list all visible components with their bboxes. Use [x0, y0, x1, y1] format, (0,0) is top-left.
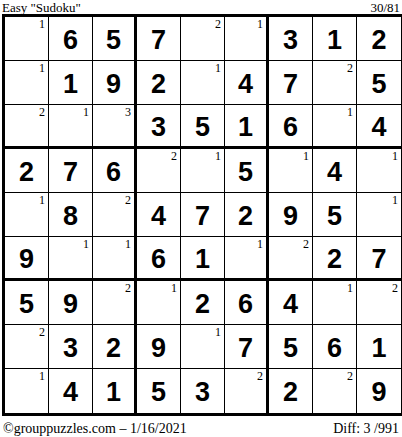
hint-number: 1 [392, 193, 398, 207]
cell-r7c7: 4 [269, 281, 313, 325]
cell-r7c5: 2 [181, 281, 225, 325]
given-digit: 1 [327, 24, 342, 54]
hint-number: 1 [257, 237, 263, 251]
cell-r4c5[interactable]: 1 [181, 149, 225, 193]
cell-r4c1: 2 [5, 149, 49, 193]
cell-r7c1: 5 [5, 281, 49, 325]
given-digit: 1 [106, 376, 121, 406]
cell-r6c2[interactable]: 1 [49, 237, 93, 281]
cell-r3c1[interactable]: 2 [5, 105, 49, 149]
hint-number: 2 [303, 237, 309, 251]
cell-r6c8: 2 [313, 237, 357, 281]
cell-r1c5[interactable]: 2 [181, 17, 225, 61]
cell-r7c3[interactable]: 2 [93, 281, 137, 325]
hint-number: 1 [171, 281, 177, 295]
cell-r5c6: 2 [225, 193, 269, 237]
cell-r4c6: 5 [225, 149, 269, 193]
cell-r4c7[interactable]: 1 [269, 149, 313, 193]
given-digit: 7 [195, 200, 210, 230]
hint-number: 1 [39, 193, 45, 207]
cell-r5c4: 4 [137, 193, 181, 237]
given-digit: 7 [238, 332, 253, 362]
hint-number: 1 [83, 237, 89, 251]
cell-r5c2: 8 [49, 193, 93, 237]
cell-r9c1[interactable]: 1 [5, 369, 49, 413]
cell-r8c7: 5 [269, 325, 313, 369]
given-digit: 1 [371, 332, 386, 362]
cell-r9c2: 4 [49, 369, 93, 413]
hint-number: 1 [392, 149, 398, 163]
cell-r9c4: 5 [137, 369, 181, 413]
cell-r4c3: 6 [93, 149, 137, 193]
cell-r3c8[interactable]: 1 [313, 105, 357, 149]
given-digit: 3 [151, 111, 166, 141]
cell-r3c4: 3 [137, 105, 181, 149]
cell-r9c6[interactable]: 2 [225, 369, 269, 413]
hint-number: 1 [347, 281, 353, 295]
cell-r5c8: 5 [313, 193, 357, 237]
given-digit: 6 [151, 243, 166, 273]
given-digit: 2 [371, 24, 386, 54]
given-digit: 2 [238, 200, 253, 230]
given-digit: 9 [106, 68, 121, 98]
cell-r5c3[interactable]: 2 [93, 193, 137, 237]
cell-r1c2: 6 [49, 17, 93, 61]
given-digit: 2 [106, 332, 121, 362]
hint-number: 2 [257, 369, 263, 383]
given-digit: 7 [283, 68, 298, 98]
cell-r5c7: 9 [269, 193, 313, 237]
given-digit: 4 [63, 376, 78, 406]
given-digit: 5 [151, 376, 166, 406]
cell-r6c7[interactable]: 2 [269, 237, 313, 281]
cell-r7c4[interactable]: 1 [137, 281, 181, 325]
hint-number: 1 [83, 105, 89, 119]
given-digit: 5 [371, 68, 386, 98]
cell-r4c4[interactable]: 2 [137, 149, 181, 193]
cell-r1c4: 7 [137, 17, 181, 61]
cell-r2c1[interactable]: 1 [5, 61, 49, 105]
hint-number: 2 [392, 281, 398, 295]
page-title: Easy "Sudoku" [2, 1, 81, 14]
given-digit: 5 [195, 111, 210, 141]
cell-r5c1[interactable]: 1 [5, 193, 49, 237]
cell-r6c4: 6 [137, 237, 181, 281]
page-header: Easy "Sudoku" 30/81 [0, 0, 402, 14]
given-digit: 8 [63, 200, 78, 230]
cell-r8c5[interactable]: 1 [181, 325, 225, 369]
given-digit: 5 [327, 200, 342, 230]
cell-r6c1: 9 [5, 237, 49, 281]
cell-r1c6[interactable]: 1 [225, 17, 269, 61]
cell-r8c4: 9 [137, 325, 181, 369]
given-digit: 3 [63, 332, 78, 362]
given-digit: 2 [327, 243, 342, 273]
cell-r8c6: 7 [225, 325, 269, 369]
given-digit: 5 [106, 24, 121, 54]
cell-r2c6: 4 [225, 61, 269, 105]
cell-r6c5: 1 [181, 237, 225, 281]
given-digit: 7 [151, 24, 166, 54]
given-digit: 6 [63, 24, 78, 54]
given-digit: 1 [63, 68, 78, 98]
given-digit: 3 [195, 376, 210, 406]
cell-r5c9[interactable]: 1 [357, 193, 401, 237]
cell-r7c6: 6 [225, 281, 269, 325]
given-digit: 6 [106, 156, 121, 186]
cell-r9c8[interactable]: 2 [313, 369, 357, 413]
hint-number: 2 [215, 17, 221, 31]
cell-r3c5: 5 [181, 105, 225, 149]
cell-r4c8: 4 [313, 149, 357, 193]
given-digit: 7 [63, 156, 78, 186]
cell-r2c3: 9 [93, 61, 137, 105]
cell-r9c5: 3 [181, 369, 225, 413]
hint-number: 1 [39, 61, 45, 75]
cell-r3c7: 6 [269, 105, 313, 149]
hint-number: 1 [303, 149, 309, 163]
given-digit: 9 [63, 288, 78, 318]
given-digit: 5 [238, 156, 253, 186]
givens-counter: 30/81 [370, 1, 400, 14]
given-digit: 2 [195, 288, 210, 318]
cell-r7c9[interactable]: 2 [357, 281, 401, 325]
hint-number: 2 [125, 193, 131, 207]
given-digit: 1 [195, 243, 210, 273]
given-digit: 1 [238, 111, 253, 141]
hint-number: 2 [39, 105, 45, 119]
given-digit: 4 [371, 111, 386, 141]
hint-number: 1 [215, 325, 221, 339]
hint-number: 1 [39, 369, 45, 383]
given-digit: 4 [283, 288, 298, 318]
given-digit: 4 [151, 200, 166, 230]
hint-number: 2 [171, 149, 177, 163]
given-digit: 4 [327, 156, 342, 186]
cell-r2c9: 5 [357, 61, 401, 105]
cell-r6c3[interactable]: 1 [93, 237, 137, 281]
sudoku-board: 1657213121192147252133516142762151411824… [2, 14, 402, 416]
given-digit: 3 [283, 24, 298, 54]
cell-r8c3: 2 [93, 325, 137, 369]
cell-r8c9: 1 [357, 325, 401, 369]
copyright-text: ©grouppuzzles.com – 1/16/2021 [3, 422, 187, 436]
hint-number: 1 [257, 17, 263, 31]
cell-r1c9: 2 [357, 17, 401, 61]
given-digit: 4 [238, 68, 253, 98]
cell-r2c7: 7 [269, 61, 313, 105]
cell-r9c7: 2 [269, 369, 313, 413]
page-footer: ©grouppuzzles.com – 1/16/2021 Diff: 3 /9… [0, 416, 402, 436]
given-digit: 2 [19, 156, 34, 186]
cell-r4c9[interactable]: 1 [357, 149, 401, 193]
hint-number: 2 [347, 369, 353, 383]
given-digit: 9 [151, 332, 166, 362]
cell-r6c9: 7 [357, 237, 401, 281]
cell-r2c5[interactable]: 1 [181, 61, 225, 105]
given-digit: 5 [19, 288, 34, 318]
given-digit: 6 [283, 111, 298, 141]
hint-number: 1 [347, 105, 353, 119]
cell-r3c9: 4 [357, 105, 401, 149]
hint-number: 2 [347, 61, 353, 75]
cell-r9c9: 9 [357, 369, 401, 413]
given-digit: 9 [371, 376, 386, 406]
hint-number: 1 [215, 149, 221, 163]
given-digit: 2 [283, 376, 298, 406]
cell-r4c2: 7 [49, 149, 93, 193]
given-digit: 9 [283, 200, 298, 230]
given-digit: 7 [371, 243, 386, 273]
given-digit: 5 [283, 332, 298, 362]
cell-r3c2[interactable]: 1 [49, 105, 93, 149]
hint-number: 2 [39, 325, 45, 339]
cell-r3c3[interactable]: 3 [93, 105, 137, 149]
cell-r8c8: 6 [313, 325, 357, 369]
given-digit: 2 [151, 68, 166, 98]
given-digit: 6 [327, 332, 342, 362]
cell-r1c3: 5 [93, 17, 137, 61]
cell-r2c4: 2 [137, 61, 181, 105]
cell-r6c6[interactable]: 1 [225, 237, 269, 281]
difficulty-text: Diff: 3 /991 [333, 422, 399, 436]
cell-r8c1[interactable]: 2 [5, 325, 49, 369]
given-digit: 9 [19, 243, 34, 273]
hint-number: 3 [125, 105, 131, 119]
cell-r3c6: 1 [225, 105, 269, 149]
given-digit: 6 [238, 288, 253, 318]
hint-number: 1 [39, 17, 45, 31]
cell-r1c7: 3 [269, 17, 313, 61]
cell-r9c3: 1 [93, 369, 137, 413]
cell-r7c2: 9 [49, 281, 93, 325]
hint-number: 2 [125, 281, 131, 295]
hint-number: 1 [215, 61, 221, 75]
cell-r1c8: 1 [313, 17, 357, 61]
cell-r1c1[interactable]: 1 [5, 17, 49, 61]
cell-r8c2: 3 [49, 325, 93, 369]
hint-number: 1 [125, 237, 131, 251]
cell-r5c5: 7 [181, 193, 225, 237]
cell-r7c8[interactable]: 1 [313, 281, 357, 325]
cell-r2c8[interactable]: 2 [313, 61, 357, 105]
cell-r2c2: 1 [49, 61, 93, 105]
